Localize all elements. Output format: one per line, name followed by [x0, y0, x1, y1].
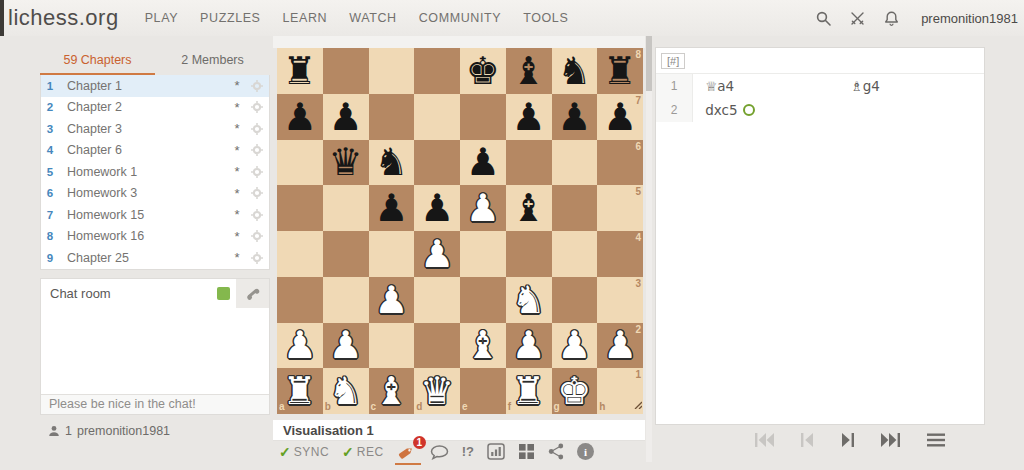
rec-label: REC [357, 445, 384, 459]
star-icon: * [229, 207, 245, 222]
rank-label: 3 [635, 279, 641, 289]
file-label: f [508, 402, 511, 412]
chess-board: ♜♚♝♞♜8♟♟♟♟♟7♛♞♟6♟♟♟♝5♟4♟♞3♟♟♝♟♟♟2♜a♞b♝c♛… [277, 48, 643, 414]
check-icon: ✓ [279, 444, 291, 460]
chat-input[interactable] [41, 394, 269, 414]
move-row: 2 dxc5 [656, 98, 984, 122]
nav-item-tools[interactable]: TOOLS [523, 11, 568, 25]
share-icon [548, 443, 564, 460]
phone-icon [245, 286, 260, 301]
square-a2[interactable]: ♟ [277, 323, 323, 369]
star-icon: * [229, 143, 245, 158]
chapter-row[interactable]: 4 Chapter 6 * [41, 140, 269, 162]
file-label: e [462, 402, 468, 412]
square-c4[interactable] [369, 231, 415, 277]
chapter-number: 8 [41, 230, 59, 242]
star-icon: * [229, 229, 245, 244]
study-info-button[interactable]: i [577, 443, 594, 460]
square-b8[interactable] [323, 48, 369, 94]
square-f5[interactable]: ♝ [506, 185, 552, 231]
square-f3[interactable]: ♞ [506, 277, 552, 323]
square-d1[interactable]: ♛d [414, 368, 460, 414]
rec-toggle[interactable]: ✓ REC [342, 444, 384, 460]
piece-black-pawn: ♟ [420, 189, 454, 227]
first-move-button[interactable] [755, 433, 774, 447]
move-number: 1 [656, 74, 693, 98]
board-top-strip [273, 36, 645, 48]
square-d7[interactable] [414, 94, 460, 140]
top-nav: PLAYPUZZLESLEARNWATCHCOMMUNITYTOOLS [145, 11, 569, 25]
chat-panel: Chat room [40, 278, 270, 415]
next-move-button[interactable] [841, 433, 854, 447]
chapter-label: Chapter 1 [59, 79, 229, 93]
square-d3[interactable] [414, 277, 460, 323]
annotation-glyph: !? [462, 444, 474, 459]
piece-white-queen: ♛ [420, 372, 454, 410]
tab-59-chapters[interactable]: 59 Chapters [40, 47, 155, 75]
square-h4[interactable]: 4 [597, 231, 643, 277]
chapter-row[interactable]: 6 Homework 3 * [41, 183, 269, 205]
move-list: 1 ♕a4 ♗g4 2 dxc5 [656, 74, 984, 122]
presence-indicator [217, 287, 230, 300]
square-f2[interactable]: ♟ [506, 323, 552, 369]
piece-black-pawn: ♟ [512, 98, 546, 136]
piece-black-bishop: ♝ [512, 52, 546, 90]
file-label: h [599, 402, 605, 412]
square-c3[interactable]: ♟ [369, 277, 415, 323]
square-b1[interactable]: ♞b [323, 368, 369, 414]
square-g6[interactable] [552, 140, 598, 186]
square-g1[interactable]: ♚g [552, 368, 598, 414]
piece-black-pawn: ♟ [557, 98, 591, 136]
chapter-row[interactable]: 7 Homework 15 * [41, 204, 269, 226]
square-c5[interactable]: ♟ [369, 185, 415, 231]
tags-tab[interactable]: 1 [397, 443, 417, 461]
chapter-label: Homework 16 [59, 229, 229, 243]
piece-white-pawn: ♟ [283, 326, 317, 364]
piece-white-rook: ♜ [512, 372, 546, 410]
gear-icon[interactable] [245, 230, 269, 242]
gear-icon[interactable] [245, 252, 269, 264]
chapter-row[interactable]: 1 Chapter 1 * [41, 75, 269, 97]
chapter-number: 5 [41, 166, 59, 178]
piece-white-pawn: ♟ [374, 281, 408, 319]
rank-label: 2 [635, 325, 641, 335]
square-b6[interactable]: ♛ [323, 140, 369, 186]
square-e2[interactable]: ♝ [460, 323, 506, 369]
chapter-row[interactable]: 2 Chapter 2 * [41, 97, 269, 119]
piece-white-knight: ♞ [512, 281, 546, 319]
piece-black-pawn: ♟ [283, 98, 317, 136]
file-label: a [279, 402, 285, 412]
piece-white-pawn: ♟ [329, 326, 363, 364]
username[interactable]: premonition1981 [921, 11, 1018, 26]
pgn-tags-toggle[interactable]: [#] [661, 53, 685, 69]
square-b4[interactable] [323, 231, 369, 277]
piece-white-pawn: ♟ [557, 326, 591, 364]
piece-black-knight: ♞ [374, 143, 408, 181]
gear-icon[interactable] [245, 123, 269, 135]
gear-icon[interactable] [245, 209, 269, 221]
square-e5[interactable]: ♟ [460, 185, 506, 231]
move-number: 2 [656, 98, 693, 122]
header-right: premonition1981 [815, 0, 1018, 36]
chapter-number: 2 [41, 101, 59, 113]
square-g8[interactable]: ♞ [552, 48, 598, 94]
file-label: d [416, 402, 422, 412]
chapter-number: 3 [41, 123, 59, 135]
move-panel: [#] 1 ♕a4 ♗g4 2 dxc5 [655, 47, 985, 425]
chapter-label: Chapter 2 [59, 100, 229, 114]
sync-label: SYNC [294, 445, 329, 459]
chapter-label: Homework 15 [59, 208, 229, 222]
square-e6[interactable]: ♟ [460, 140, 506, 186]
move-list-header: [#] [656, 48, 984, 74]
star-icon: * [229, 78, 245, 93]
gear-icon[interactable] [245, 166, 269, 178]
chapter-label: Chapter 6 [59, 143, 229, 157]
square-g4[interactable] [552, 231, 598, 277]
nav-item-puzzles[interactable]: PUZZLES [200, 11, 260, 25]
square-g2[interactable]: ♟ [552, 323, 598, 369]
square-a8[interactable]: ♜ [277, 48, 323, 94]
white-move[interactable]: dxc5 [693, 102, 838, 118]
chapter-list: 1 Chapter 1 * 2 Chapter 2 * [40, 75, 270, 270]
square-e8[interactable]: ♚ [460, 48, 506, 94]
star-icon: * [229, 121, 245, 136]
square-a5[interactable] [277, 185, 323, 231]
square-h5[interactable]: 5 [597, 185, 643, 231]
rank-label: 8 [635, 50, 641, 60]
star-icon: * [229, 100, 245, 115]
gear-icon[interactable] [245, 101, 269, 113]
square-d5[interactable]: ♟ [414, 185, 460, 231]
chat-messages [41, 308, 269, 394]
square-a1[interactable]: ♜a [277, 368, 323, 414]
glyphs-tab[interactable]: !? [462, 444, 474, 459]
vertical-scrollbar[interactable] [646, 36, 652, 462]
piece-white-bishop: ♝ [374, 372, 408, 410]
chapter-label: Homework 1 [59, 165, 229, 179]
chapter-row[interactable]: 5 Homework 1 * [41, 161, 269, 183]
square-f1[interactable]: ♜f [506, 368, 552, 414]
board-grid-icon [518, 443, 535, 460]
square-b7[interactable]: ♟ [323, 94, 369, 140]
piece-black-pawn: ♟ [466, 143, 500, 181]
multiboard-tab[interactable] [518, 443, 535, 460]
rank-label: 5 [635, 187, 641, 197]
square-f4[interactable] [506, 231, 552, 277]
chat-title: Chat room [41, 286, 217, 301]
menu-icon[interactable] [927, 433, 945, 447]
computer-analysis-tab[interactable] [487, 443, 505, 460]
prev-move-button[interactable] [801, 433, 814, 447]
member-name[interactable]: premonition1981 [77, 424, 170, 438]
piece-white-pawn: ♟ [466, 189, 500, 227]
star-icon: * [229, 186, 245, 201]
rank-label: 6 [635, 142, 641, 152]
square-h2[interactable]: ♟2 [597, 323, 643, 369]
square-h7[interactable]: ♟7 [597, 94, 643, 140]
square-h8[interactable]: ♜8 [597, 48, 643, 94]
nav-item-play[interactable]: PLAY [145, 11, 178, 25]
chapter-label: Chapter 25 [59, 251, 229, 265]
piece-black-bishop: ♝ [512, 189, 546, 227]
person-icon [48, 425, 60, 437]
chapter-number: 9 [41, 252, 59, 264]
square-h3[interactable]: 3 [597, 277, 643, 323]
square-d4[interactable]: ♟ [414, 231, 460, 277]
info-icon: i [577, 443, 594, 460]
chapter-number: 1 [41, 80, 59, 92]
square-b3[interactable] [323, 277, 369, 323]
black-move[interactable]: ♗g4 [839, 78, 984, 94]
board-toolbar: ✓ SYNC ✓ REC 1 !? [279, 441, 645, 462]
square-g5[interactable] [552, 185, 598, 231]
chapter-row[interactable]: 8 Homework 16 * [41, 226, 269, 248]
square-e1[interactable]: e [460, 368, 506, 414]
chart-icon [487, 443, 505, 460]
square-b5[interactable] [323, 185, 369, 231]
square-g7[interactable]: ♟ [552, 94, 598, 140]
sync-toggle[interactable]: ✓ SYNC [279, 444, 329, 460]
square-a6[interactable] [277, 140, 323, 186]
square-d2[interactable] [414, 323, 460, 369]
square-e4[interactable] [460, 231, 506, 277]
bell-icon[interactable] [883, 10, 900, 27]
square-c2[interactable] [369, 323, 415, 369]
white-move[interactable]: ♕a4 [693, 78, 838, 94]
gear-icon[interactable] [245, 80, 269, 92]
chapter-label: Homework 3 [59, 186, 229, 200]
study-sidebar: 59 Chapters2 Members 1 Chapter 1 * 2 Cha… [40, 47, 270, 438]
move-nav-controls [655, 428, 985, 452]
square-e3[interactable] [460, 277, 506, 323]
square-h1[interactable]: h1 [597, 368, 643, 414]
annotation-circle-icon [743, 104, 755, 116]
square-d8[interactable] [414, 48, 460, 94]
square-g3[interactable] [552, 277, 598, 323]
piece-black-pawn: ♟ [374, 189, 408, 227]
top-header: lichess.org PLAYPUZZLESLEARNWATCHCOMMUNI… [0, 0, 1024, 36]
chapter-number: 4 [41, 144, 59, 156]
gear-icon[interactable] [245, 187, 269, 199]
square-b2[interactable]: ♟ [323, 323, 369, 369]
chat-header: Chat room [41, 279, 269, 308]
last-move-button[interactable] [881, 433, 900, 447]
site-logo[interactable]: lichess.org [8, 5, 119, 31]
rank-label: 4 [635, 233, 641, 243]
comment-tab[interactable] [430, 444, 449, 460]
chapter-row[interactable]: 3 Chapter 3 * [41, 118, 269, 140]
board-resize-handle[interactable] [632, 395, 642, 413]
piece-white-pawn: ♟ [420, 235, 454, 273]
member-count: 1 [65, 424, 72, 438]
piece-black-rook: ♜ [283, 52, 317, 90]
chapter-label: Chapter 3 [59, 122, 229, 136]
square-e7[interactable] [460, 94, 506, 140]
square-f6[interactable] [506, 140, 552, 186]
square-c1[interactable]: ♝c [369, 368, 415, 414]
piece-white-king: ♚ [557, 372, 591, 410]
nav-item-learn[interactable]: LEARN [283, 11, 328, 25]
square-c8[interactable] [369, 48, 415, 94]
active-tab-underline [395, 463, 421, 465]
chapter-title-bar: Visualisation 1 [273, 420, 645, 441]
members-line: 1 premonition1981 [40, 424, 270, 438]
piece-black-rook: ♜ [603, 52, 637, 90]
rank-label: 7 [635, 96, 641, 106]
chapter-number: 7 [41, 209, 59, 221]
star-icon: * [229, 250, 245, 265]
rank-label: 1 [635, 370, 641, 380]
piece-black-pawn: ♟ [603, 98, 637, 136]
move-row: 1 ♕a4 ♗g4 [656, 74, 984, 98]
share-tab[interactable] [548, 443, 564, 460]
crossed-swords-icon[interactable] [849, 10, 866, 27]
square-a7[interactable]: ♟ [277, 94, 323, 140]
piece-white-knight: ♞ [329, 372, 363, 410]
square-a4[interactable] [277, 231, 323, 277]
square-c7[interactable] [369, 94, 415, 140]
gear-icon[interactable] [245, 144, 269, 156]
square-f8[interactable]: ♝ [506, 48, 552, 94]
chapter-number: 6 [41, 187, 59, 199]
chat-bubble-icon [430, 444, 449, 460]
square-c6[interactable]: ♞ [369, 140, 415, 186]
nav-item-community[interactable]: COMMUNITY [419, 11, 501, 25]
piece-black-queen: ♛ [329, 143, 363, 181]
piece-black-pawn: ♟ [329, 98, 363, 136]
piece-black-king: ♚ [466, 52, 500, 90]
file-label: g [554, 402, 560, 412]
square-d6[interactable] [414, 140, 460, 186]
notification-badge: 1 [413, 436, 426, 449]
check-icon: ✓ [342, 444, 354, 460]
tab-2-members[interactable]: 2 Members [155, 47, 270, 75]
piece-white-pawn: ♟ [603, 326, 637, 364]
square-h6[interactable]: 6 [597, 140, 643, 186]
screen-edge [0, 0, 4, 36]
piece-white-bishop: ♝ [466, 326, 500, 364]
star-icon: * [229, 164, 245, 179]
piece-white-pawn: ♟ [512, 326, 546, 364]
chapter-row[interactable]: 9 Chapter 25 * [41, 247, 269, 269]
voice-chat-button[interactable] [236, 279, 269, 308]
piece-white-rook: ♜ [283, 372, 317, 410]
chapter-title: Visualisation 1 [273, 423, 374, 438]
piece-black-knight: ♞ [557, 52, 591, 90]
nav-item-watch[interactable]: WATCH [349, 11, 396, 25]
scrollbar-thumb[interactable] [646, 36, 652, 91]
search-icon[interactable] [815, 10, 832, 27]
file-label: c [371, 402, 377, 412]
square-f7[interactable]: ♟ [506, 94, 552, 140]
square-a3[interactable] [277, 277, 323, 323]
chapter-tabs: 59 Chapters2 Members [40, 47, 270, 75]
file-label: b [325, 402, 331, 412]
